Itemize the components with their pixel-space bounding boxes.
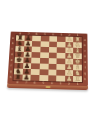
coordinate-label: h: [9, 76, 11, 79]
coordinate-label: e: [84, 61, 86, 64]
coordinate-label: g: [84, 72, 86, 75]
square-h7: ♟: [22, 75, 31, 81]
coordinate-label: f: [11, 64, 12, 67]
coordinate-label: a: [84, 38, 86, 41]
board-frame: 87654321 87654321 abcdefgh abcdefgh ♜♟♟♜…: [7, 31, 88, 86]
coordinate-label: a: [12, 36, 14, 39]
coordinate-label: g: [10, 70, 12, 73]
board-grid: ♜♟♟♜♞♟♟♞♝♟♟♝♛♟♟♛♚♟♟♚♝♟♟♝♞♟♟♞♜♟♟♜: [13, 35, 81, 82]
square-h3: [56, 76, 65, 82]
square-h6: [31, 75, 40, 81]
coordinate-label: e: [10, 58, 12, 61]
board-front-edge: [7, 84, 88, 90]
square-h4: [48, 75, 57, 81]
file-labels-right: abcdefgh: [83, 37, 86, 82]
coordinate-label: c: [11, 47, 13, 50]
coordinate-label: f: [85, 66, 86, 69]
product-photo: 87654321 87654321 abcdefgh abcdefgh ♜♟♟♜…: [0, 0, 95, 126]
coordinate-label: b: [12, 42, 14, 45]
coordinate-label: b: [84, 44, 86, 47]
coordinate-label: h: [84, 78, 86, 81]
brass-clasp: [45, 85, 50, 88]
coordinate-label: d: [11, 53, 13, 56]
square-h2: ♟: [65, 76, 74, 82]
square-h5: [39, 75, 48, 81]
coordinate-label: d: [84, 55, 86, 58]
square-h1: ♜: [73, 76, 82, 82]
chess-board: 87654321 87654321 abcdefgh abcdefgh ♜♟♟♜…: [7, 31, 88, 90]
coordinate-label: c: [84, 49, 86, 52]
square-h8: ♜: [13, 74, 22, 80]
